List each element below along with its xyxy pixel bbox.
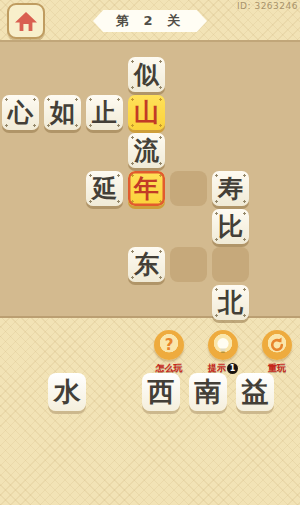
home-icon (14, 10, 38, 33)
replay-arrow-icon (262, 330, 292, 360)
tray-tile-西[interactable]: 西 (142, 373, 180, 411)
how-to-play-button[interactable]: ? 怎么玩 (148, 330, 190, 375)
board-grid: 似心如止山流延年寿比东北 (2, 57, 291, 320)
board-tile-止[interactable]: 止 (86, 95, 123, 130)
game-screen: ID: 3263246 第 2 关 似心如止山流延年寿比东北 ? 怎么玩 (0, 0, 300, 505)
tray-tile-益[interactable]: 益 (236, 373, 274, 411)
board-tile-山[interactable]: 山 (128, 95, 165, 130)
toolbar: ? 怎么玩 提示 1 (148, 330, 298, 375)
replay-button[interactable]: 重玩 (256, 330, 298, 375)
player-id: ID: 3263246 (237, 1, 298, 11)
board-tile-北[interactable]: 北 (212, 285, 249, 320)
board-tile-延[interactable]: 延 (86, 171, 123, 206)
home-button[interactable] (7, 3, 45, 39)
board-zone: 似心如止山流延年寿比东北 (0, 40, 300, 318)
level-banner: 第 2 关 (93, 10, 207, 32)
tray-tile-南[interactable]: 南 (189, 373, 227, 411)
board-tile-年[interactable]: 年 (128, 171, 165, 206)
board-tile-似[interactable]: 似 (128, 57, 165, 92)
question-mark-icon: ? (154, 330, 184, 360)
tray-tile-水[interactable]: 水 (48, 373, 86, 411)
board-tile-流[interactable]: 流 (128, 133, 165, 168)
board-tile-如[interactable]: 如 (44, 95, 81, 130)
empty-slot[interactable] (212, 247, 249, 282)
empty-slot[interactable] (170, 247, 207, 282)
board-tile-东[interactable]: 东 (128, 247, 165, 282)
board-tile-心[interactable]: 心 (2, 95, 39, 130)
tile-tray: 水西南益 (48, 373, 274, 411)
empty-slot[interactable] (170, 171, 207, 206)
board-tile-比[interactable]: 比 (212, 209, 249, 244)
lightbulb-icon (208, 330, 238, 360)
hint-button[interactable]: 提示 1 (202, 330, 244, 375)
board-tile-寿[interactable]: 寿 (212, 171, 249, 206)
